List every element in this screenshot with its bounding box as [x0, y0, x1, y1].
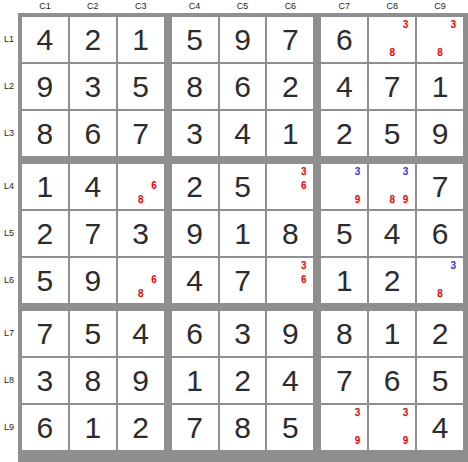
candidate-empty: [121, 179, 134, 193]
cell-r7c8[interactable]: 1: [369, 311, 415, 356]
candidate-empty: [121, 273, 134, 287]
candidate-empty: [447, 46, 460, 60]
cell-r7c2[interactable]: 5: [70, 311, 116, 356]
cell-r5c7[interactable]: 5: [321, 211, 367, 256]
solved-digit: 5: [336, 219, 353, 249]
cell-r2c9[interactable]: 1: [417, 64, 463, 109]
solved-digit: 9: [432, 119, 449, 149]
column-label-c8: C8: [369, 0, 415, 13]
cell-r3c6[interactable]: 1: [267, 111, 313, 156]
candidate-6: 6: [147, 273, 160, 287]
row-label-l2: L2: [0, 64, 18, 109]
candidate-empty: [147, 165, 160, 179]
candidate-grid: 68: [121, 165, 161, 207]
solved-digit: 2: [234, 366, 251, 396]
candidate-empty: [447, 287, 460, 301]
cell-r4c9[interactable]: 7: [417, 164, 463, 209]
solved-digit: 5: [84, 319, 101, 349]
cell-r7c7[interactable]: 8: [321, 311, 367, 356]
candidate-8: 8: [433, 46, 446, 60]
solved-digit: 6: [37, 413, 54, 443]
candidate-empty: [372, 420, 385, 434]
candidate-3: 3: [297, 165, 310, 179]
column-label-c6: C6: [267, 0, 313, 13]
candidate-empty: [372, 179, 385, 193]
cell-r8c3[interactable]: 9: [118, 358, 164, 403]
candidate-empty: [147, 287, 160, 301]
candidate-grid: 39: [324, 406, 364, 448]
candidate-empty: [284, 287, 297, 301]
candidate-3: 3: [297, 259, 310, 273]
candidate-empty: [338, 193, 351, 207]
candidate-empty: [386, 32, 399, 46]
cell-r9c4[interactable]: 7: [172, 405, 218, 450]
candidate-empty: [121, 259, 134, 273]
solved-digit: 5: [384, 119, 401, 149]
candidate-empty: [338, 434, 351, 448]
candidate-empty: [338, 420, 351, 434]
candidate-empty: [121, 165, 134, 179]
solved-digit: 8: [282, 219, 299, 249]
cell-r2c8[interactable]: 7: [369, 64, 415, 109]
candidate-empty: [134, 165, 147, 179]
solved-digit: 3: [37, 366, 54, 396]
candidate-empty: [420, 18, 433, 32]
solved-digit: 3: [186, 119, 203, 149]
candidate-empty: [324, 406, 337, 420]
cell-r3c4[interactable]: 3: [172, 111, 218, 156]
solved-digit: 2: [384, 266, 401, 296]
candidate-3: 3: [399, 165, 412, 179]
cell-r3c7[interactable]: 2: [321, 111, 367, 156]
solved-digit: 5: [234, 172, 251, 202]
cell-r4c6[interactable]: 36: [267, 164, 313, 209]
candidate-9: 9: [399, 434, 412, 448]
cell-r9c1[interactable]: 6: [22, 405, 68, 450]
cell-r7c1[interactable]: 7: [22, 311, 68, 356]
cell-r1c6[interactable]: 7: [267, 17, 313, 62]
cell-r1c7[interactable]: 6: [321, 17, 367, 62]
candidate-empty: [447, 32, 460, 46]
solved-digit: 4: [336, 72, 353, 102]
candidate-grid: 38: [420, 18, 460, 60]
solved-digit: 1: [37, 172, 54, 202]
row-label-l7: L7: [0, 311, 18, 356]
candidate-empty: [399, 32, 412, 46]
cell-r2c6[interactable]: 2: [267, 64, 313, 109]
cell-r5c9[interactable]: 6: [417, 211, 463, 256]
candidate-3: 3: [447, 18, 460, 32]
solved-digit: 4: [186, 266, 203, 296]
solved-digit: 2: [186, 172, 203, 202]
candidate-3: 3: [399, 406, 412, 420]
solved-digit: 5: [186, 25, 203, 55]
candidate-3: 3: [399, 18, 412, 32]
candidate-empty: [270, 273, 283, 287]
cell-r1c8[interactable]: 38: [369, 17, 415, 62]
column-label-c1: C1: [22, 0, 68, 13]
candidate-empty: [420, 273, 433, 287]
solved-digit: 4: [432, 413, 449, 443]
candidate-empty: [386, 406, 399, 420]
solved-digit: 6: [432, 219, 449, 249]
cell-r4c3[interactable]: 68: [118, 164, 164, 209]
cell-r4c7[interactable]: 39: [321, 164, 367, 209]
cell-r2c4[interactable]: 8: [172, 64, 218, 109]
candidate-empty: [147, 193, 160, 207]
cell-r9c2[interactable]: 1: [70, 405, 116, 450]
candidate-empty: [270, 287, 283, 301]
solved-digit: 6: [84, 119, 101, 149]
solved-digit: 8: [336, 319, 353, 349]
solved-digit: 7: [432, 172, 449, 202]
cell-r1c5[interactable]: 9: [220, 17, 266, 62]
solved-digit: 5: [282, 413, 299, 443]
candidate-empty: [121, 193, 134, 207]
candidate-6: 6: [297, 179, 310, 193]
solved-digit: 6: [234, 72, 251, 102]
solved-digit: 1: [384, 319, 401, 349]
candidate-empty: [372, 434, 385, 448]
sudoku-grid: 4215976383893586247186734125914682536393…: [22, 17, 463, 450]
candidate-empty: [324, 193, 337, 207]
candidate-empty: [386, 434, 399, 448]
cell-r6c9[interactable]: 38: [417, 258, 463, 303]
cell-r4c5[interactable]: 5: [220, 164, 266, 209]
solved-digit: 4: [234, 119, 251, 149]
cell-r5c8[interactable]: 4: [369, 211, 415, 256]
cell-r6c3[interactable]: 68: [118, 258, 164, 303]
solved-digit: 7: [186, 413, 203, 443]
candidate-6: 6: [147, 179, 160, 193]
candidate-empty: [433, 32, 446, 46]
candidate-empty: [338, 179, 351, 193]
solved-digit: 3: [132, 219, 149, 249]
solved-digit: 4: [84, 172, 101, 202]
solved-digit: 4: [384, 219, 401, 249]
solved-digit: 6: [384, 366, 401, 396]
row-label-l8: L8: [0, 358, 18, 403]
candidate-8: 8: [433, 287, 446, 301]
candidate-empty: [399, 179, 412, 193]
candidate-empty: [324, 420, 337, 434]
column-label-c3: C3: [118, 0, 164, 13]
row-label-l9: L9: [0, 405, 18, 450]
cell-r9c9[interactable]: 4: [417, 405, 463, 450]
solved-digit: 5: [37, 266, 54, 296]
solved-digit: 9: [84, 266, 101, 296]
cell-r6c8[interactable]: 2: [369, 258, 415, 303]
cell-r9c3[interactable]: 2: [118, 405, 164, 450]
solved-digit: 4: [282, 366, 299, 396]
cell-r8c9[interactable]: 5: [417, 358, 463, 403]
candidate-empty: [372, 165, 385, 179]
solved-digit: 7: [234, 266, 251, 296]
candidate-empty: [433, 259, 446, 273]
solved-digit: 1: [132, 25, 149, 55]
solved-digit: 7: [384, 72, 401, 102]
solved-digit: 7: [37, 319, 54, 349]
candidate-empty: [134, 273, 147, 287]
candidate-empty: [121, 287, 134, 301]
cell-r3c1[interactable]: 8: [22, 111, 68, 156]
cell-r6c5[interactable]: 7: [220, 258, 266, 303]
row-label-l4: L4: [0, 164, 18, 209]
cell-r9c7[interactable]: 39: [321, 405, 367, 450]
candidate-empty: [284, 179, 297, 193]
cell-r4c4[interactable]: 2: [172, 164, 218, 209]
solved-digit: 1: [282, 119, 299, 149]
row-label-l1: L1: [0, 17, 18, 62]
column-label-c2: C2: [70, 0, 116, 13]
candidate-grid: 36: [270, 165, 310, 207]
cell-r1c2[interactable]: 2: [70, 17, 116, 62]
cell-r7c3[interactable]: 4: [118, 311, 164, 356]
cell-r5c3[interactable]: 3: [118, 211, 164, 256]
candidate-empty: [324, 165, 337, 179]
cell-r8c7[interactable]: 7: [321, 358, 367, 403]
solved-digit: 8: [186, 72, 203, 102]
candidate-3: 3: [447, 259, 460, 273]
cell-r9c5[interactable]: 8: [220, 405, 266, 450]
candidate-grid: 38: [420, 259, 460, 301]
cell-r6c6[interactable]: 36: [267, 258, 313, 303]
cell-r1c9[interactable]: 38: [417, 17, 463, 62]
solved-digit: 8: [84, 366, 101, 396]
candidate-8: 8: [134, 193, 147, 207]
cell-r6c4[interactable]: 4: [172, 258, 218, 303]
cell-r2c2[interactable]: 3: [70, 64, 116, 109]
solved-digit: 7: [282, 25, 299, 55]
row-label-l6: L6: [0, 258, 18, 303]
cell-r6c2[interactable]: 9: [70, 258, 116, 303]
solved-digit: 1: [432, 72, 449, 102]
cell-r8c8[interactable]: 6: [369, 358, 415, 403]
cell-r1c1[interactable]: 4: [22, 17, 68, 62]
solved-digit: 4: [132, 319, 149, 349]
cell-r8c4[interactable]: 1: [172, 358, 218, 403]
solved-digit: 5: [432, 366, 449, 396]
solved-digit: 3: [234, 319, 251, 349]
cell-r8c6[interactable]: 4: [267, 358, 313, 403]
candidate-empty: [338, 165, 351, 179]
solved-digit: 7: [336, 366, 353, 396]
sudoku-board: 4215976383893586247186734125914682536393…: [18, 13, 468, 462]
candidate-9: 9: [399, 193, 412, 207]
solved-digit: 2: [336, 119, 353, 149]
candidate-empty: [297, 287, 310, 301]
cell-r4c2[interactable]: 4: [70, 164, 116, 209]
solved-digit: 2: [282, 72, 299, 102]
row-label-l3: L3: [0, 111, 18, 156]
candidate-empty: [270, 179, 283, 193]
column-labels: C1C2C3C4C5C6C7C8C9: [18, 0, 468, 13]
cell-r3c9[interactable]: 9: [417, 111, 463, 156]
candidate-empty: [284, 273, 297, 287]
cell-r7c5[interactable]: 3: [220, 311, 266, 356]
candidate-grid: 39: [324, 165, 364, 207]
candidate-empty: [433, 273, 446, 287]
solved-digit: 8: [234, 413, 251, 443]
candidate-empty: [270, 193, 283, 207]
cell-r5c1[interactable]: 2: [22, 211, 68, 256]
solved-digit: 7: [84, 219, 101, 249]
candidate-empty: [386, 179, 399, 193]
solved-digit: 1: [234, 219, 251, 249]
cell-r3c3[interactable]: 7: [118, 111, 164, 156]
candidate-grid: 36: [270, 259, 310, 301]
cell-r9c8[interactable]: 39: [369, 405, 415, 450]
solved-digit: 8: [37, 119, 54, 149]
candidate-empty: [284, 259, 297, 273]
solved-digit: 2: [84, 25, 101, 55]
cell-r9c6[interactable]: 5: [267, 405, 313, 450]
cell-r2c1[interactable]: 9: [22, 64, 68, 109]
cell-r2c3[interactable]: 5: [118, 64, 164, 109]
cell-r7c9[interactable]: 2: [417, 311, 463, 356]
candidate-empty: [420, 32, 433, 46]
row-labels: L1L2L3L4L5L6L7L8L9: [0, 13, 18, 462]
candidate-empty: [420, 287, 433, 301]
cell-r5c5[interactable]: 1: [220, 211, 266, 256]
cell-r6c1[interactable]: 5: [22, 258, 68, 303]
cell-r3c5[interactable]: 4: [220, 111, 266, 156]
candidate-empty: [284, 193, 297, 207]
solved-digit: 9: [186, 219, 203, 249]
row-label-l5: L5: [0, 211, 18, 256]
candidate-empty: [351, 420, 364, 434]
candidate-empty: [372, 193, 385, 207]
candidate-empty: [447, 273, 460, 287]
solved-digit: 2: [432, 319, 449, 349]
cell-r4c1[interactable]: 1: [22, 164, 68, 209]
cell-r2c5[interactable]: 6: [220, 64, 266, 109]
solved-digit: 3: [84, 72, 101, 102]
candidate-grid: 39: [372, 406, 412, 448]
candidate-empty: [324, 434, 337, 448]
candidate-empty: [386, 420, 399, 434]
column-label-c9: C9: [417, 0, 463, 13]
cell-r5c2[interactable]: 7: [70, 211, 116, 256]
solved-digit: 7: [132, 119, 149, 149]
candidate-empty: [372, 32, 385, 46]
solved-digit: 4: [37, 25, 54, 55]
candidate-9: 9: [351, 193, 364, 207]
candidate-3: 3: [351, 165, 364, 179]
cell-r6c7[interactable]: 1: [321, 258, 367, 303]
solved-digit: 9: [282, 319, 299, 349]
cell-r7c4[interactable]: 6: [172, 311, 218, 356]
candidate-empty: [338, 406, 351, 420]
cell-r7c6[interactable]: 9: [267, 311, 313, 356]
column-label-c4: C4: [172, 0, 218, 13]
candidate-empty: [386, 165, 399, 179]
candidate-grid: 68: [121, 259, 161, 301]
candidate-empty: [399, 46, 412, 60]
solved-digit: 1: [186, 366, 203, 396]
solved-digit: 6: [336, 25, 353, 55]
candidate-8: 8: [386, 46, 399, 60]
column-label-c5: C5: [220, 0, 266, 13]
cell-r5c6[interactable]: 8: [267, 211, 313, 256]
cell-r8c1[interactable]: 3: [22, 358, 68, 403]
solved-digit: 5: [132, 72, 149, 102]
cell-r8c5[interactable]: 2: [220, 358, 266, 403]
candidate-empty: [399, 420, 412, 434]
candidate-empty: [372, 46, 385, 60]
solved-digit: 1: [84, 413, 101, 443]
candidate-9: 9: [351, 434, 364, 448]
solved-digit: 9: [234, 25, 251, 55]
solved-digit: 1: [336, 266, 353, 296]
cell-r5c4[interactable]: 9: [172, 211, 218, 256]
candidate-empty: [433, 18, 446, 32]
cell-r3c2[interactable]: 6: [70, 111, 116, 156]
cell-r1c3[interactable]: 1: [118, 17, 164, 62]
candidate-empty: [270, 259, 283, 273]
sudoku-app: C1C2C3C4C5C6C7C8C9 L1L2L3L4L5L6L7L8L9 42…: [0, 0, 468, 462]
cell-r4c8[interactable]: 389: [369, 164, 415, 209]
candidate-empty: [386, 18, 399, 32]
solved-digit: 9: [37, 72, 54, 102]
candidate-empty: [420, 46, 433, 60]
solved-digit: 9: [132, 366, 149, 396]
candidate-grid: 389: [372, 165, 412, 207]
candidate-empty: [270, 165, 283, 179]
candidate-empty: [324, 179, 337, 193]
candidate-8: 8: [134, 287, 147, 301]
candidate-empty: [147, 259, 160, 273]
candidate-empty: [284, 165, 297, 179]
candidate-8: 8: [386, 193, 399, 207]
candidate-3: 3: [351, 406, 364, 420]
candidate-empty: [351, 179, 364, 193]
candidate-6: 6: [297, 273, 310, 287]
candidate-empty: [372, 406, 385, 420]
cell-r3c8[interactable]: 5: [369, 111, 415, 156]
solved-digit: 2: [132, 413, 149, 443]
candidate-empty: [372, 18, 385, 32]
cell-r2c7[interactable]: 4: [321, 64, 367, 109]
candidate-empty: [297, 193, 310, 207]
candidate-empty: [134, 179, 147, 193]
candidate-empty: [134, 259, 147, 273]
solved-digit: 2: [37, 219, 54, 249]
cell-r8c2[interactable]: 8: [70, 358, 116, 403]
column-label-c7: C7: [321, 0, 367, 13]
candidate-empty: [420, 259, 433, 273]
solved-digit: 6: [186, 319, 203, 349]
cell-r1c4[interactable]: 5: [172, 17, 218, 62]
candidate-grid: 38: [372, 18, 412, 60]
